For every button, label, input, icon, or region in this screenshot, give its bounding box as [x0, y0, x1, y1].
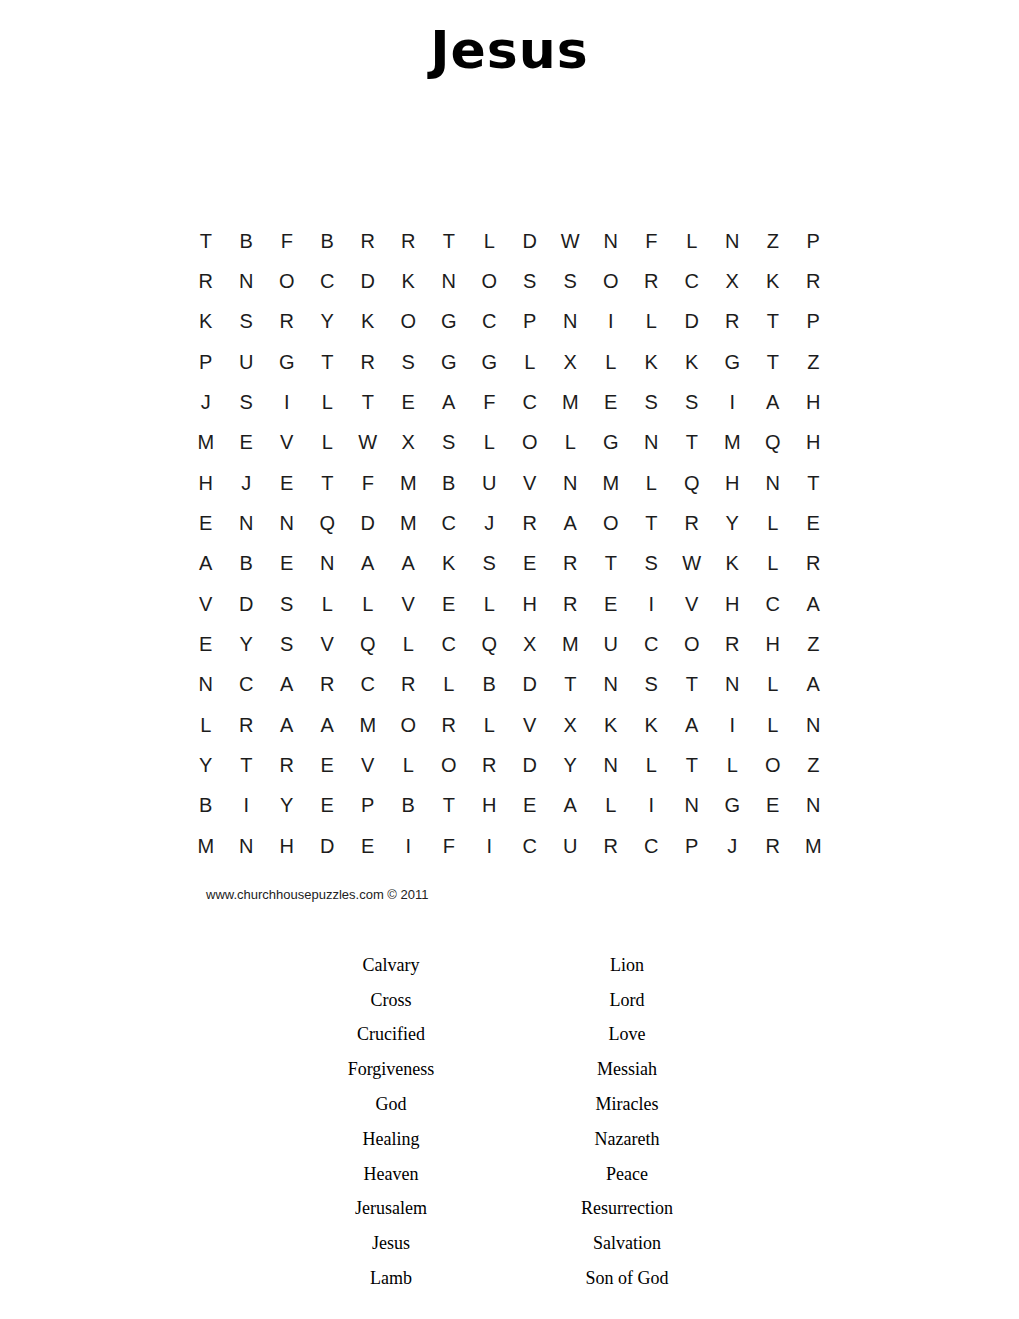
grid-cell: K: [753, 261, 794, 301]
grid-cell: L: [388, 745, 429, 785]
grid-cell: V: [510, 705, 551, 745]
grid-cell: Q: [469, 624, 510, 664]
grid-cell: K: [429, 544, 470, 584]
grid-cell: A: [186, 544, 227, 584]
grid-cell: R: [793, 544, 834, 584]
grid-cell: L: [591, 786, 632, 826]
word-item: Messiah: [509, 1052, 745, 1087]
grid-cell: N: [631, 423, 672, 463]
grid-cell: S: [267, 624, 308, 664]
grid-cell: L: [550, 423, 591, 463]
grid-cell: E: [267, 544, 308, 584]
grid-cell: W: [672, 544, 713, 584]
grid-cell: M: [712, 423, 753, 463]
grid-cell: O: [591, 503, 632, 543]
grid-cell: K: [672, 342, 713, 382]
grid-cell: S: [631, 665, 672, 705]
grid-cell: Z: [793, 342, 834, 382]
word-item: Nazareth: [509, 1122, 745, 1157]
grid-cell: Y: [307, 302, 348, 342]
grid-cell: C: [631, 624, 672, 664]
grid-cell: E: [429, 584, 470, 624]
grid-cell: D: [226, 584, 267, 624]
grid-cell: R: [712, 302, 753, 342]
grid-cell: P: [793, 302, 834, 342]
grid-cell: B: [388, 786, 429, 826]
grid-cell: I: [631, 786, 672, 826]
grid-cell: C: [429, 624, 470, 664]
grid-cell: A: [348, 544, 389, 584]
grid-cell: R: [591, 826, 632, 866]
grid-cell: T: [307, 463, 348, 503]
grid-cell: R: [712, 624, 753, 664]
grid-cell: Q: [753, 423, 794, 463]
grid-cell: R: [550, 584, 591, 624]
grid-cell: M: [591, 463, 632, 503]
grid-cell: O: [388, 705, 429, 745]
grid-cell: K: [388, 261, 429, 301]
grid-cell: Q: [307, 503, 348, 543]
grid-cell: J: [469, 503, 510, 543]
grid-cell: L: [753, 544, 794, 584]
grid-cell: G: [267, 342, 308, 382]
grid-cell: L: [307, 584, 348, 624]
grid-cell: G: [429, 342, 470, 382]
grid-cell: O: [672, 624, 713, 664]
grid-cell: N: [267, 503, 308, 543]
grid-cell: K: [591, 705, 632, 745]
grid-cell: G: [712, 342, 753, 382]
grid-cell: N: [712, 665, 753, 705]
grid-cell: T: [348, 382, 389, 422]
grid-cell: L: [388, 624, 429, 664]
grid-cell: N: [226, 261, 267, 301]
grid-cell: T: [429, 221, 470, 261]
grid-cell: N: [226, 503, 267, 543]
grid-cell: A: [388, 544, 429, 584]
grid-cell: R: [510, 503, 551, 543]
grid-cell: A: [672, 705, 713, 745]
grid-cell: Z: [793, 624, 834, 664]
grid-cell: Q: [672, 463, 713, 503]
grid-cell: R: [672, 503, 713, 543]
grid-cell: N: [793, 786, 834, 826]
grid-cell: L: [469, 584, 510, 624]
grid-cell: F: [348, 463, 389, 503]
grid-cell: T: [226, 745, 267, 785]
grid-cell: G: [712, 786, 753, 826]
grid-cell: I: [469, 826, 510, 866]
grid-cell: C: [348, 665, 389, 705]
grid-cell: L: [672, 221, 713, 261]
grid-cell: I: [226, 786, 267, 826]
grid-cell: C: [226, 665, 267, 705]
grid-cell: H: [793, 423, 834, 463]
grid-cell: E: [753, 786, 794, 826]
grid-cell: H: [753, 624, 794, 664]
grid-cell: X: [712, 261, 753, 301]
grid-cell: C: [429, 503, 470, 543]
grid-cell: T: [307, 342, 348, 382]
grid-cell: L: [510, 342, 551, 382]
word-item: Miracles: [509, 1087, 745, 1122]
grid-cell: A: [429, 382, 470, 422]
grid-cell: N: [429, 261, 470, 301]
grid-cell: O: [753, 745, 794, 785]
grid-cell: U: [591, 624, 632, 664]
grid-cell: R: [348, 221, 389, 261]
grid-cell: E: [307, 745, 348, 785]
word-item: Son of God: [509, 1261, 745, 1296]
grid-cell: L: [753, 503, 794, 543]
grid-cell: G: [469, 342, 510, 382]
grid-cell: E: [186, 624, 227, 664]
grid-cell: O: [510, 423, 551, 463]
grid-cell: T: [631, 503, 672, 543]
grid-cell: F: [631, 221, 672, 261]
grid-cell: S: [550, 261, 591, 301]
grid-cell: N: [550, 463, 591, 503]
grid-cell: P: [510, 302, 551, 342]
grid-cell: B: [186, 786, 227, 826]
grid-cell: I: [267, 382, 308, 422]
grid-cell: R: [388, 221, 429, 261]
word-item: God: [273, 1087, 509, 1122]
grid-cell: L: [631, 745, 672, 785]
grid-cell: D: [510, 221, 551, 261]
grid-cell: L: [591, 342, 632, 382]
word-item: Jesus: [273, 1226, 509, 1261]
grid-cell: D: [348, 503, 389, 543]
grid-cell: E: [591, 382, 632, 422]
grid-cell: L: [186, 705, 227, 745]
grid-cell: J: [226, 463, 267, 503]
grid-cell: I: [388, 826, 429, 866]
grid-cell: T: [672, 423, 713, 463]
grid-cell: X: [388, 423, 429, 463]
grid-cell: A: [550, 503, 591, 543]
grid-cell: Y: [550, 745, 591, 785]
grid-cell: Z: [753, 221, 794, 261]
grid-cell: Y: [712, 503, 753, 543]
puzzle-page: Jesus TBFBRRTLDWNFLNZPRNOCDKNOSSORCXKRKS…: [0, 0, 1019, 1319]
grid-cell: J: [186, 382, 227, 422]
grid-cell: Y: [226, 624, 267, 664]
grid-cell: H: [267, 826, 308, 866]
grid-cell: Z: [793, 745, 834, 785]
word-list-left-column: CalvaryCrossCrucifiedForgivenessGodHeali…: [273, 948, 509, 1296]
grid-cell: A: [793, 665, 834, 705]
grid-cell: O: [267, 261, 308, 301]
grid-cell: L: [753, 705, 794, 745]
grid-cell: T: [186, 221, 227, 261]
grid-cell: P: [793, 221, 834, 261]
grid-cell: B: [469, 665, 510, 705]
grid-cell: T: [672, 745, 713, 785]
grid-cell: U: [469, 463, 510, 503]
grid-cell: C: [307, 261, 348, 301]
grid-cell: L: [712, 745, 753, 785]
grid-cell: F: [267, 221, 308, 261]
grid-cell: A: [307, 705, 348, 745]
grid-cell: L: [469, 221, 510, 261]
grid-cell: I: [591, 302, 632, 342]
grid-cell: C: [753, 584, 794, 624]
grid-cell: D: [348, 261, 389, 301]
grid-cell: O: [429, 745, 470, 785]
copyright-text: www.churchhousepuzzles.com © 2011: [206, 887, 429, 902]
grid-cell: M: [550, 624, 591, 664]
grid-cell: S: [631, 382, 672, 422]
grid-cell: R: [267, 302, 308, 342]
grid-cell: D: [510, 665, 551, 705]
word-item: Calvary: [273, 948, 509, 983]
grid-cell: H: [186, 463, 227, 503]
grid-cell: X: [550, 705, 591, 745]
grid-cell: M: [186, 826, 227, 866]
grid-cell: E: [793, 503, 834, 543]
grid-cell: N: [793, 705, 834, 745]
grid-cell: R: [267, 745, 308, 785]
grid-cell: A: [753, 382, 794, 422]
grid-cell: I: [712, 705, 753, 745]
grid-cell: C: [469, 302, 510, 342]
grid-cell: O: [591, 261, 632, 301]
grid-cell: N: [712, 221, 753, 261]
grid-cell: T: [753, 302, 794, 342]
grid-cell: V: [307, 624, 348, 664]
grid-cell: P: [186, 342, 227, 382]
grid-cell: R: [631, 261, 672, 301]
grid-cell: N: [186, 665, 227, 705]
grid-cell: E: [348, 826, 389, 866]
grid-cell: L: [429, 665, 470, 705]
grid-cell: R: [226, 705, 267, 745]
grid-cell: A: [550, 786, 591, 826]
grid-cell: I: [631, 584, 672, 624]
grid-cell: V: [672, 584, 713, 624]
grid-cell: M: [550, 382, 591, 422]
word-search-grid: TBFBRRTLDWNFLNZPRNOCDKNOSSORCXKRKSRYKOGC…: [186, 221, 834, 867]
grid-cell: D: [510, 745, 551, 785]
grid-cell: L: [307, 423, 348, 463]
grid-cell: R: [550, 544, 591, 584]
grid-cell: V: [267, 423, 308, 463]
grid-cell: G: [591, 423, 632, 463]
grid-cell: K: [348, 302, 389, 342]
grid-cell: J: [712, 826, 753, 866]
word-list: CalvaryCrossCrucifiedForgivenessGodHeali…: [273, 948, 745, 1296]
grid-cell: E: [267, 463, 308, 503]
grid-cell: M: [793, 826, 834, 866]
grid-cell: N: [226, 826, 267, 866]
grid-cell: H: [712, 463, 753, 503]
grid-cell: G: [429, 302, 470, 342]
grid-cell: K: [631, 342, 672, 382]
grid-cell: E: [186, 503, 227, 543]
grid-cell: A: [793, 584, 834, 624]
grid-cell: N: [753, 463, 794, 503]
grid-cell: R: [793, 261, 834, 301]
grid-cell: M: [388, 503, 429, 543]
grid-cell: I: [712, 382, 753, 422]
grid-cell: L: [631, 302, 672, 342]
grid-cell: N: [591, 665, 632, 705]
grid-cell: D: [672, 302, 713, 342]
grid-cell: V: [348, 745, 389, 785]
grid-cell: M: [388, 463, 429, 503]
word-item: Lion: [509, 948, 745, 983]
word-item: Salvation: [509, 1226, 745, 1261]
grid-cell: T: [429, 786, 470, 826]
grid-cell: R: [307, 665, 348, 705]
grid-cell: R: [388, 665, 429, 705]
grid-cell: K: [186, 302, 227, 342]
grid-cell: V: [186, 584, 227, 624]
grid-cell: L: [307, 382, 348, 422]
grid-cell: M: [186, 423, 227, 463]
grid-cell: N: [591, 745, 632, 785]
grid-cell: Y: [186, 745, 227, 785]
grid-cell: S: [631, 544, 672, 584]
grid-cell: H: [793, 382, 834, 422]
grid-cell: E: [591, 584, 632, 624]
grid-cell: A: [267, 665, 308, 705]
grid-cell: W: [348, 423, 389, 463]
grid-cell: S: [226, 302, 267, 342]
grid-cell: C: [672, 261, 713, 301]
word-item: Resurrection: [509, 1192, 745, 1227]
grid-cell: L: [348, 584, 389, 624]
grid-cell: F: [469, 382, 510, 422]
grid-cell: N: [672, 786, 713, 826]
word-item: Forgiveness: [273, 1052, 509, 1087]
grid-cell: K: [631, 705, 672, 745]
grid-cell: S: [510, 261, 551, 301]
grid-cell: L: [469, 705, 510, 745]
grid-cell: R: [469, 745, 510, 785]
word-item: Crucified: [273, 1018, 509, 1053]
grid-cell: R: [186, 261, 227, 301]
grid-cell: B: [226, 221, 267, 261]
grid-cell: L: [469, 423, 510, 463]
grid-cell: A: [267, 705, 308, 745]
grid-cell: U: [550, 826, 591, 866]
grid-cell: S: [469, 544, 510, 584]
grid-cell: T: [672, 665, 713, 705]
grid-cell: H: [469, 786, 510, 826]
grid-cell: E: [510, 544, 551, 584]
grid-cell: N: [550, 302, 591, 342]
grid-cell: H: [712, 584, 753, 624]
word-list-right-column: LionLordLoveMessiahMiraclesNazarethPeace…: [509, 948, 745, 1296]
page-title: Jesus: [0, 20, 1019, 80]
grid-cell: O: [388, 302, 429, 342]
word-item: Jerusalem: [273, 1192, 509, 1227]
grid-cell: X: [550, 342, 591, 382]
word-item: Cross: [273, 983, 509, 1018]
grid-cell: R: [753, 826, 794, 866]
grid-cell: E: [226, 423, 267, 463]
grid-cell: M: [348, 705, 389, 745]
grid-cell: S: [226, 382, 267, 422]
grid-cell: S: [267, 584, 308, 624]
grid-cell: F: [429, 826, 470, 866]
grid-cell: H: [510, 584, 551, 624]
grid-cell: S: [429, 423, 470, 463]
grid-cell: E: [510, 786, 551, 826]
grid-cell: B: [307, 221, 348, 261]
grid-cell: R: [348, 342, 389, 382]
grid-cell: L: [753, 665, 794, 705]
word-item: Lord: [509, 983, 745, 1018]
grid-cell: Y: [267, 786, 308, 826]
word-item: Peace: [509, 1157, 745, 1192]
grid-cell: V: [388, 584, 429, 624]
grid-cell: O: [469, 261, 510, 301]
grid-cell: C: [631, 826, 672, 866]
word-item: Lamb: [273, 1261, 509, 1296]
grid-cell: Q: [348, 624, 389, 664]
grid-cell: R: [429, 705, 470, 745]
grid-cell: N: [591, 221, 632, 261]
grid-cell: C: [510, 382, 551, 422]
grid-cell: L: [631, 463, 672, 503]
grid-cell: T: [591, 544, 632, 584]
grid-cell: N: [307, 544, 348, 584]
grid-cell: S: [672, 382, 713, 422]
grid-cell: P: [348, 786, 389, 826]
grid-cell: S: [388, 342, 429, 382]
word-item: Heaven: [273, 1157, 509, 1192]
grid-cell: B: [429, 463, 470, 503]
grid-cell: W: [550, 221, 591, 261]
grid-cell: T: [793, 463, 834, 503]
grid-cell: B: [226, 544, 267, 584]
grid-cell: D: [307, 826, 348, 866]
grid-cell: V: [510, 463, 551, 503]
grid-cell: C: [510, 826, 551, 866]
grid-cell: P: [672, 826, 713, 866]
grid-cell: T: [753, 342, 794, 382]
grid-cell: E: [388, 382, 429, 422]
grid-cell: K: [712, 544, 753, 584]
grid-cell: U: [226, 342, 267, 382]
grid-cell: E: [307, 786, 348, 826]
grid-cell: T: [550, 665, 591, 705]
grid-cell: X: [510, 624, 551, 664]
word-item: Love: [509, 1018, 745, 1053]
word-item: Healing: [273, 1122, 509, 1157]
